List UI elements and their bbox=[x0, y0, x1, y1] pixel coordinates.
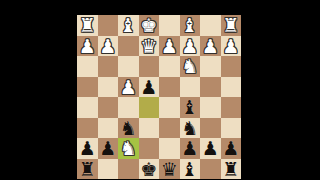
white-king[interactable]: ♚ bbox=[140, 15, 157, 35]
black-pawn[interactable]: ♟ bbox=[99, 138, 116, 158]
square-h3[interactable] bbox=[77, 56, 98, 77]
square-b4[interactable] bbox=[200, 77, 221, 98]
square-c2[interactable]: ♟ bbox=[180, 36, 201, 57]
square-c5[interactable]: ♝ bbox=[180, 97, 201, 118]
white-pawn[interactable]: ♟ bbox=[161, 36, 178, 56]
square-d1[interactable] bbox=[159, 15, 180, 36]
square-c1[interactable]: ♝ bbox=[180, 15, 201, 36]
black-pawn[interactable]: ♟ bbox=[79, 138, 96, 158]
square-e2[interactable]: ♛ bbox=[139, 36, 160, 57]
black-pawn[interactable]: ♟ bbox=[140, 77, 157, 97]
square-a8[interactable]: ♜ bbox=[221, 159, 242, 180]
black-rook[interactable]: ♜ bbox=[222, 159, 239, 179]
square-a7[interactable]: ♟ bbox=[221, 138, 242, 159]
square-b7[interactable]: ♟ bbox=[200, 138, 221, 159]
square-h6[interactable] bbox=[77, 118, 98, 139]
square-h5[interactable] bbox=[77, 97, 98, 118]
square-d4[interactable] bbox=[159, 77, 180, 98]
square-b8[interactable] bbox=[200, 159, 221, 180]
square-h1[interactable]: ♜ bbox=[77, 15, 98, 36]
white-pawn[interactable]: ♟ bbox=[99, 36, 116, 56]
chess-board: ♜♝♚♝♜♟♟♛♟♟♟♟♞♟♟♝♞♞♟♟♞♟♟♟♜♚♛♝♜ bbox=[77, 15, 241, 179]
white-pawn[interactable]: ♟ bbox=[222, 36, 239, 56]
square-e6[interactable] bbox=[139, 118, 160, 139]
black-rook[interactable]: ♜ bbox=[79, 159, 96, 179]
white-pawn[interactable]: ♟ bbox=[120, 77, 137, 97]
square-e5[interactable] bbox=[139, 97, 160, 118]
white-pawn[interactable]: ♟ bbox=[181, 36, 198, 56]
square-f7[interactable]: ♞ bbox=[118, 138, 139, 159]
black-bishop[interactable]: ♝ bbox=[181, 97, 198, 117]
square-a3[interactable] bbox=[221, 56, 242, 77]
square-b5[interactable] bbox=[200, 97, 221, 118]
black-knight[interactable]: ♞ bbox=[181, 118, 198, 138]
square-b3[interactable] bbox=[200, 56, 221, 77]
square-g2[interactable]: ♟ bbox=[98, 36, 119, 57]
square-d5[interactable] bbox=[159, 97, 180, 118]
square-h2[interactable]: ♟ bbox=[77, 36, 98, 57]
square-g1[interactable] bbox=[98, 15, 119, 36]
square-c6[interactable]: ♞ bbox=[180, 118, 201, 139]
square-d8[interactable]: ♛ bbox=[159, 159, 180, 180]
square-c7[interactable]: ♟ bbox=[180, 138, 201, 159]
square-g7[interactable]: ♟ bbox=[98, 138, 119, 159]
square-g6[interactable] bbox=[98, 118, 119, 139]
square-g4[interactable] bbox=[98, 77, 119, 98]
square-h8[interactable]: ♜ bbox=[77, 159, 98, 180]
square-h7[interactable]: ♟ bbox=[77, 138, 98, 159]
square-f5[interactable] bbox=[118, 97, 139, 118]
square-g8[interactable] bbox=[98, 159, 119, 180]
square-f4[interactable]: ♟ bbox=[118, 77, 139, 98]
black-knight[interactable]: ♞ bbox=[120, 118, 137, 138]
square-a1[interactable]: ♜ bbox=[221, 15, 242, 36]
square-e8[interactable]: ♚ bbox=[139, 159, 160, 180]
black-bishop[interactable]: ♝ bbox=[181, 159, 198, 179]
black-king[interactable]: ♚ bbox=[140, 159, 157, 179]
white-rook[interactable]: ♜ bbox=[79, 15, 96, 35]
square-e3[interactable] bbox=[139, 56, 160, 77]
square-f1[interactable]: ♝ bbox=[118, 15, 139, 36]
square-b2[interactable]: ♟ bbox=[200, 36, 221, 57]
square-f6[interactable]: ♞ bbox=[118, 118, 139, 139]
square-c8[interactable]: ♝ bbox=[180, 159, 201, 180]
white-rook[interactable]: ♜ bbox=[222, 15, 239, 35]
white-queen[interactable]: ♛ bbox=[140, 36, 157, 56]
square-d3[interactable] bbox=[159, 56, 180, 77]
square-h4[interactable] bbox=[77, 77, 98, 98]
square-c4[interactable] bbox=[180, 77, 201, 98]
square-d7[interactable] bbox=[159, 138, 180, 159]
black-pawn[interactable]: ♟ bbox=[202, 138, 219, 158]
white-bishop[interactable]: ♝ bbox=[120, 15, 137, 35]
square-g3[interactable] bbox=[98, 56, 119, 77]
black-pawn[interactable]: ♟ bbox=[222, 138, 239, 158]
white-knight[interactable]: ♞ bbox=[181, 56, 198, 76]
square-f8[interactable] bbox=[118, 159, 139, 180]
square-g5[interactable] bbox=[98, 97, 119, 118]
white-pawn[interactable]: ♟ bbox=[202, 36, 219, 56]
square-f2[interactable] bbox=[118, 36, 139, 57]
square-c3[interactable]: ♞ bbox=[180, 56, 201, 77]
black-pawn[interactable]: ♟ bbox=[181, 138, 198, 158]
white-knight[interactable]: ♞ bbox=[120, 138, 137, 158]
square-e7[interactable] bbox=[139, 138, 160, 159]
square-e1[interactable]: ♚ bbox=[139, 15, 160, 36]
black-queen[interactable]: ♛ bbox=[161, 159, 178, 179]
white-bishop[interactable]: ♝ bbox=[181, 15, 198, 35]
square-a5[interactable] bbox=[221, 97, 242, 118]
white-pawn[interactable]: ♟ bbox=[79, 36, 96, 56]
square-f3[interactable] bbox=[118, 56, 139, 77]
square-b6[interactable] bbox=[200, 118, 221, 139]
square-d2[interactable]: ♟ bbox=[159, 36, 180, 57]
square-e4[interactable]: ♟ bbox=[139, 77, 160, 98]
square-a4[interactable] bbox=[221, 77, 242, 98]
square-a2[interactable]: ♟ bbox=[221, 36, 242, 57]
square-d6[interactable] bbox=[159, 118, 180, 139]
app-background: ♜♝♚♝♜♟♟♛♟♟♟♟♞♟♟♝♞♞♟♟♞♟♟♟♜♚♛♝♜ bbox=[0, 0, 320, 180]
square-a6[interactable] bbox=[221, 118, 242, 139]
square-b1[interactable] bbox=[200, 15, 221, 36]
